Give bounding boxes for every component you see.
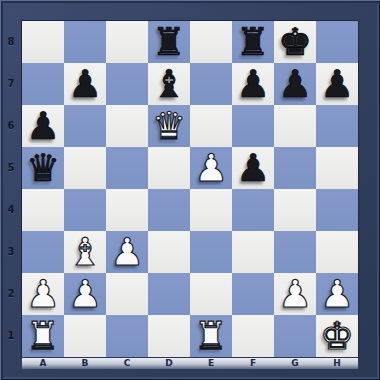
square-c6[interactable]	[106, 105, 148, 147]
rank-coordinates: 87654321	[0, 21, 22, 357]
piece-white-pawn[interactable]: ♟	[320, 273, 354, 315]
piece-white-king[interactable]: ♚	[320, 315, 354, 357]
chess-board[interactable]: ♜♜♚♟♝♟♟♟♟♛♛♟♟♝♟♟♟♟♟♜♜♚	[22, 21, 358, 357]
rank-label-7: 7	[0, 63, 22, 105]
square-d8[interactable]: ♜	[148, 21, 190, 63]
square-h3[interactable]	[316, 231, 358, 273]
piece-black-queen[interactable]: ♛	[26, 147, 60, 189]
square-h5[interactable]	[316, 147, 358, 189]
square-b8[interactable]	[64, 21, 106, 63]
file-label-f: F	[232, 358, 274, 369]
square-a3[interactable]	[22, 231, 64, 273]
rank-label-4: 4	[0, 189, 22, 231]
square-h4[interactable]	[316, 189, 358, 231]
square-f4[interactable]	[232, 189, 274, 231]
piece-black-pawn[interactable]: ♟	[236, 147, 270, 189]
rank-label-3: 3	[0, 231, 22, 273]
square-a5[interactable]: ♛	[22, 147, 64, 189]
piece-white-queen[interactable]: ♛	[152, 105, 186, 147]
square-b6[interactable]	[64, 105, 106, 147]
square-c4[interactable]	[106, 189, 148, 231]
square-e4[interactable]	[190, 189, 232, 231]
piece-white-rook[interactable]: ♜	[194, 315, 228, 357]
rank-label-1: 1	[0, 315, 22, 357]
square-b1[interactable]	[64, 315, 106, 357]
piece-black-king[interactable]: ♚	[278, 21, 312, 63]
square-g6[interactable]	[274, 105, 316, 147]
square-b5[interactable]	[64, 147, 106, 189]
square-e6[interactable]	[190, 105, 232, 147]
square-d7[interactable]: ♝	[148, 63, 190, 105]
square-g1[interactable]	[274, 315, 316, 357]
square-c1[interactable]	[106, 315, 148, 357]
piece-white-pawn[interactable]: ♟	[26, 273, 60, 315]
piece-white-pawn[interactable]: ♟	[278, 273, 312, 315]
square-c7[interactable]	[106, 63, 148, 105]
square-f8[interactable]: ♜	[232, 21, 274, 63]
square-e3[interactable]	[190, 231, 232, 273]
square-f2[interactable]	[232, 273, 274, 315]
square-h6[interactable]	[316, 105, 358, 147]
square-d2[interactable]	[148, 273, 190, 315]
rank-label-6: 6	[0, 105, 22, 147]
file-label-e: E	[190, 358, 232, 369]
square-a2[interactable]: ♟	[22, 273, 64, 315]
piece-white-pawn[interactable]: ♟	[194, 147, 228, 189]
piece-white-rook[interactable]: ♜	[26, 315, 60, 357]
square-c8[interactable]	[106, 21, 148, 63]
square-d4[interactable]	[148, 189, 190, 231]
piece-black-pawn[interactable]: ♟	[320, 63, 354, 105]
square-a8[interactable]	[22, 21, 64, 63]
square-f3[interactable]	[232, 231, 274, 273]
square-g4[interactable]	[274, 189, 316, 231]
rank-label-8: 8	[0, 21, 22, 63]
square-h2[interactable]: ♟	[316, 273, 358, 315]
rank-label-2: 2	[0, 273, 22, 315]
square-b4[interactable]	[64, 189, 106, 231]
square-f6[interactable]	[232, 105, 274, 147]
piece-black-bishop[interactable]: ♝	[152, 63, 186, 105]
square-a4[interactable]	[22, 189, 64, 231]
square-c2[interactable]	[106, 273, 148, 315]
square-e5[interactable]: ♟	[190, 147, 232, 189]
square-f1[interactable]	[232, 315, 274, 357]
file-label-g: G	[274, 358, 316, 369]
square-e2[interactable]	[190, 273, 232, 315]
square-h1[interactable]: ♚	[316, 315, 358, 357]
file-label-a: A	[22, 358, 64, 369]
square-a6[interactable]: ♟	[22, 105, 64, 147]
square-a1[interactable]: ♜	[22, 315, 64, 357]
square-e7[interactable]	[190, 63, 232, 105]
file-label-b: B	[64, 358, 106, 369]
square-h7[interactable]: ♟	[316, 63, 358, 105]
square-g3[interactable]	[274, 231, 316, 273]
square-g7[interactable]: ♟	[274, 63, 316, 105]
file-label-h: H	[316, 358, 358, 369]
piece-black-pawn[interactable]: ♟	[236, 63, 270, 105]
square-d1[interactable]	[148, 315, 190, 357]
square-g8[interactable]: ♚	[274, 21, 316, 63]
rank-label-5: 5	[0, 147, 22, 189]
piece-white-bishop[interactable]: ♝	[68, 231, 102, 273]
piece-white-pawn[interactable]: ♟	[110, 231, 144, 273]
piece-white-pawn[interactable]: ♟	[68, 273, 102, 315]
square-b7[interactable]: ♟	[64, 63, 106, 105]
file-label-c: C	[106, 358, 148, 369]
square-c3[interactable]: ♟	[106, 231, 148, 273]
square-g2[interactable]: ♟	[274, 273, 316, 315]
square-f5[interactable]: ♟	[232, 147, 274, 189]
square-h8[interactable]	[316, 21, 358, 63]
square-e1[interactable]: ♜	[190, 315, 232, 357]
piece-black-rook[interactable]: ♜	[236, 21, 270, 63]
square-d3[interactable]	[148, 231, 190, 273]
square-d6[interactable]: ♛	[148, 105, 190, 147]
square-c5[interactable]	[106, 147, 148, 189]
square-f7[interactable]: ♟	[232, 63, 274, 105]
square-g5[interactable]	[274, 147, 316, 189]
square-b2[interactable]: ♟	[64, 273, 106, 315]
square-b3[interactable]: ♝	[64, 231, 106, 273]
square-d5[interactable]	[148, 147, 190, 189]
square-a7[interactable]	[22, 63, 64, 105]
file-coordinates: ABCDEFGH	[22, 357, 358, 369]
chess-app-window: 87654321 ♜♜♚♟♝♟♟♟♟♛♛♟♟♝♟♟♟♟♟♜♜♚ ABCDEFGH	[0, 0, 380, 380]
square-e8[interactable]	[190, 21, 232, 63]
file-label-d: D	[148, 358, 190, 369]
piece-black-pawn[interactable]: ♟	[68, 63, 102, 105]
piece-black-pawn[interactable]: ♟	[26, 105, 60, 147]
piece-black-pawn[interactable]: ♟	[278, 63, 312, 105]
piece-black-rook[interactable]: ♜	[152, 21, 186, 63]
